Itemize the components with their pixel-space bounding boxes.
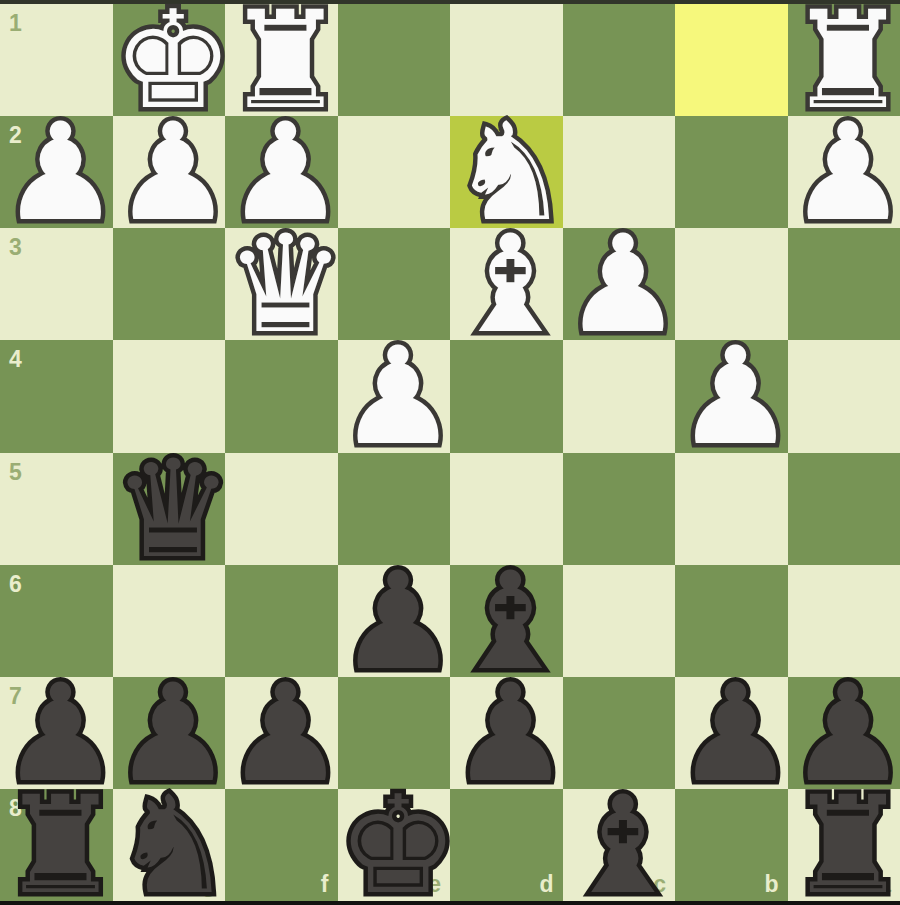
- piece-white-bishop[interactable]: [450, 228, 563, 340]
- piece-black-knight[interactable]: [113, 789, 226, 901]
- piece-white-pawn[interactable]: [788, 116, 900, 228]
- square-f3[interactable]: [225, 228, 338, 340]
- square-b5[interactable]: [675, 453, 788, 565]
- square-e8[interactable]: e: [338, 789, 451, 901]
- piece-black-rook[interactable]: [0, 789, 113, 901]
- square-f8[interactable]: f: [225, 789, 338, 901]
- piece-white-pawn[interactable]: [563, 228, 676, 340]
- square-c4[interactable]: [563, 340, 676, 452]
- square-d8[interactable]: d: [450, 789, 563, 901]
- rank-label-3: 3: [9, 236, 22, 259]
- square-f7[interactable]: [225, 677, 338, 789]
- piece-black-queen[interactable]: [113, 453, 226, 565]
- square-h4[interactable]: 4: [0, 340, 113, 452]
- chess-board[interactable]: 12345678hgfedcba: [0, 4, 900, 901]
- rank-label-6: 6: [9, 573, 22, 596]
- piece-black-pawn[interactable]: [225, 677, 338, 789]
- piece-black-king[interactable]: [338, 789, 451, 901]
- square-c5[interactable]: [563, 453, 676, 565]
- piece-black-pawn[interactable]: [450, 677, 563, 789]
- square-g3[interactable]: [113, 228, 226, 340]
- square-a5[interactable]: [788, 453, 900, 565]
- piece-black-rook[interactable]: [788, 789, 900, 901]
- piece-white-pawn[interactable]: [338, 340, 451, 452]
- square-d4[interactable]: [450, 340, 563, 452]
- square-d7[interactable]: [450, 677, 563, 789]
- square-c8[interactable]: c: [563, 789, 676, 901]
- square-g5[interactable]: [113, 453, 226, 565]
- square-d3[interactable]: [450, 228, 563, 340]
- square-f4[interactable]: [225, 340, 338, 452]
- piece-black-pawn[interactable]: [675, 677, 788, 789]
- square-a8[interactable]: a: [788, 789, 900, 901]
- piece-white-queen[interactable]: [225, 228, 338, 340]
- rank-label-4: 4: [9, 348, 22, 371]
- square-b8[interactable]: b: [675, 789, 788, 901]
- piece-white-pawn[interactable]: [0, 116, 113, 228]
- rank-label-1: 1: [9, 12, 22, 35]
- square-h2[interactable]: 2: [0, 116, 113, 228]
- square-e4[interactable]: [338, 340, 451, 452]
- file-label-f: f: [321, 873, 329, 896]
- square-b1[interactable]: [675, 4, 788, 116]
- square-b2[interactable]: [675, 116, 788, 228]
- square-f5[interactable]: [225, 453, 338, 565]
- piece-black-bishop[interactable]: [563, 789, 676, 901]
- square-g2[interactable]: [113, 116, 226, 228]
- rank-label-5: 5: [9, 461, 22, 484]
- piece-white-pawn[interactable]: [675, 340, 788, 452]
- file-label-b: b: [764, 873, 778, 896]
- square-c3[interactable]: [563, 228, 676, 340]
- piece-black-pawn[interactable]: [338, 565, 451, 677]
- square-e2[interactable]: [338, 116, 451, 228]
- square-h5[interactable]: 5: [0, 453, 113, 565]
- square-c6[interactable]: [563, 565, 676, 677]
- square-a3[interactable]: [788, 228, 900, 340]
- square-g8[interactable]: g: [113, 789, 226, 901]
- square-c1[interactable]: [563, 4, 676, 116]
- chess-app: 12345678hgfedcba: [0, 0, 900, 905]
- square-a4[interactable]: [788, 340, 900, 452]
- square-b4[interactable]: [675, 340, 788, 452]
- square-e1[interactable]: [338, 4, 451, 116]
- square-h8[interactable]: 8h: [0, 789, 113, 901]
- file-label-d: d: [539, 873, 553, 896]
- square-b7[interactable]: [675, 677, 788, 789]
- square-a2[interactable]: [788, 116, 900, 228]
- piece-white-pawn[interactable]: [113, 116, 226, 228]
- square-h3[interactable]: 3: [0, 228, 113, 340]
- square-e6[interactable]: [338, 565, 451, 677]
